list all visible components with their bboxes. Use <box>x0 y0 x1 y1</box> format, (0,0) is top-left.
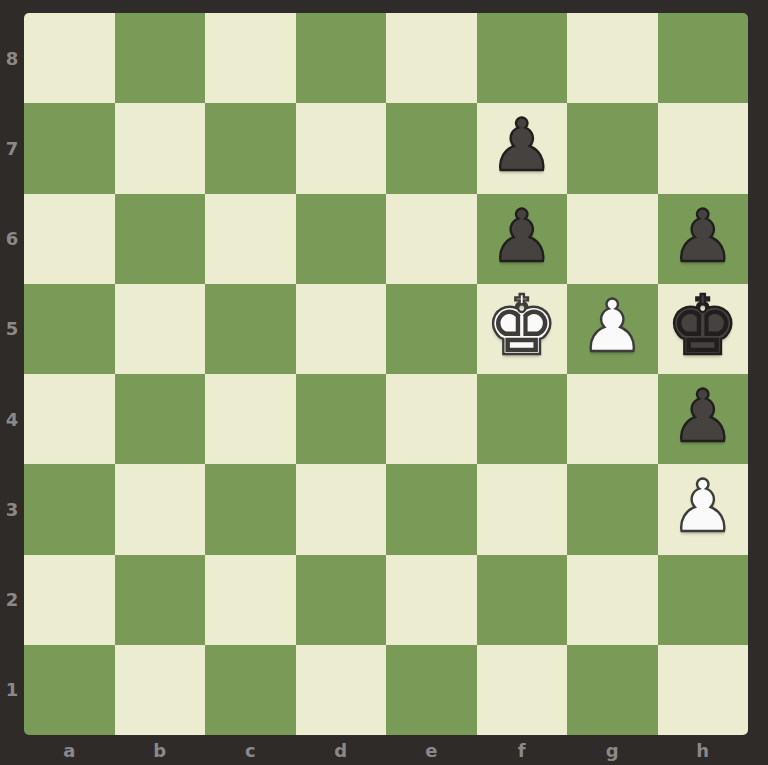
file-label-c: c <box>205 735 296 765</box>
square-f2[interactable] <box>477 555 568 645</box>
square-d3[interactable] <box>296 464 387 554</box>
square-d8[interactable] <box>296 13 387 103</box>
square-h1[interactable] <box>658 645 749 735</box>
square-c6[interactable] <box>205 194 296 284</box>
square-e8[interactable] <box>386 13 477 103</box>
square-c7[interactable] <box>205 103 296 193</box>
square-a5[interactable] <box>24 284 115 374</box>
square-g4[interactable] <box>567 374 658 464</box>
square-g2[interactable] <box>567 555 658 645</box>
white-king[interactable]: ♚ <box>485 285 559 367</box>
rank-label-1: 1 <box>0 645 24 735</box>
square-d4[interactable] <box>296 374 387 464</box>
square-a1[interactable] <box>24 645 115 735</box>
square-e6[interactable] <box>386 194 477 284</box>
square-h5[interactable]: ♚ <box>658 284 749 374</box>
white-pawn[interactable]: ♟ <box>670 470 735 542</box>
square-b1[interactable] <box>115 645 206 735</box>
square-b2[interactable] <box>115 555 206 645</box>
rank-label-4: 4 <box>0 374 24 464</box>
square-h3[interactable]: ♟ <box>658 464 749 554</box>
board-frame: 87654321 ♟♟♟♚♟♚♟♟ abcdefgh <box>0 0 768 765</box>
square-a6[interactable] <box>24 194 115 284</box>
square-h8[interactable] <box>658 13 749 103</box>
square-f8[interactable] <box>477 13 568 103</box>
square-f5[interactable]: ♚ <box>477 284 568 374</box>
square-b7[interactable] <box>115 103 206 193</box>
square-e5[interactable] <box>386 284 477 374</box>
square-c2[interactable] <box>205 555 296 645</box>
square-d6[interactable] <box>296 194 387 284</box>
square-h4[interactable]: ♟ <box>658 374 749 464</box>
square-a8[interactable] <box>24 13 115 103</box>
square-g6[interactable] <box>567 194 658 284</box>
square-e3[interactable] <box>386 464 477 554</box>
black-king[interactable]: ♚ <box>666 285 740 367</box>
rank-label-5: 5 <box>0 284 24 374</box>
square-f6[interactable]: ♟ <box>477 194 568 284</box>
file-label-h: h <box>658 735 749 765</box>
square-h7[interactable] <box>658 103 749 193</box>
square-g5[interactable]: ♟ <box>567 284 658 374</box>
square-f3[interactable] <box>477 464 568 554</box>
rank-label-7: 7 <box>0 103 24 193</box>
square-h6[interactable]: ♟ <box>658 194 749 284</box>
square-f7[interactable]: ♟ <box>477 103 568 193</box>
square-d5[interactable] <box>296 284 387 374</box>
square-h2[interactable] <box>658 555 749 645</box>
square-g3[interactable] <box>567 464 658 554</box>
rank-label-8: 8 <box>0 13 24 103</box>
square-f1[interactable] <box>477 645 568 735</box>
file-label-a: a <box>24 735 115 765</box>
square-a2[interactable] <box>24 555 115 645</box>
square-g8[interactable] <box>567 13 658 103</box>
square-a4[interactable] <box>24 374 115 464</box>
square-b4[interactable] <box>115 374 206 464</box>
white-pawn[interactable]: ♟ <box>580 290 645 362</box>
square-c4[interactable] <box>205 374 296 464</box>
square-e1[interactable] <box>386 645 477 735</box>
square-b6[interactable] <box>115 194 206 284</box>
square-e4[interactable] <box>386 374 477 464</box>
black-pawn[interactable]: ♟ <box>489 109 554 181</box>
square-d7[interactable] <box>296 103 387 193</box>
file-labels: abcdefgh <box>24 735 748 765</box>
square-b3[interactable] <box>115 464 206 554</box>
file-label-g: g <box>567 735 658 765</box>
square-b8[interactable] <box>115 13 206 103</box>
square-c1[interactable] <box>205 645 296 735</box>
file-label-d: d <box>296 735 387 765</box>
black-pawn[interactable]: ♟ <box>489 200 554 272</box>
square-d2[interactable] <box>296 555 387 645</box>
square-e2[interactable] <box>386 555 477 645</box>
square-e7[interactable] <box>386 103 477 193</box>
square-c3[interactable] <box>205 464 296 554</box>
rank-label-2: 2 <box>0 555 24 645</box>
square-d1[interactable] <box>296 645 387 735</box>
black-pawn[interactable]: ♟ <box>670 200 735 272</box>
square-g7[interactable] <box>567 103 658 193</box>
square-a3[interactable] <box>24 464 115 554</box>
rank-label-6: 6 <box>0 194 24 284</box>
chess-board[interactable]: ♟♟♟♚♟♚♟♟ <box>24 13 748 735</box>
file-label-f: f <box>477 735 568 765</box>
square-c5[interactable] <box>205 284 296 374</box>
square-b5[interactable] <box>115 284 206 374</box>
square-g1[interactable] <box>567 645 658 735</box>
rank-labels: 87654321 <box>0 13 24 735</box>
rank-label-3: 3 <box>0 464 24 554</box>
black-pawn[interactable]: ♟ <box>670 380 735 452</box>
square-f4[interactable] <box>477 374 568 464</box>
file-label-e: e <box>386 735 477 765</box>
file-label-b: b <box>115 735 206 765</box>
square-c8[interactable] <box>205 13 296 103</box>
square-a7[interactable] <box>24 103 115 193</box>
